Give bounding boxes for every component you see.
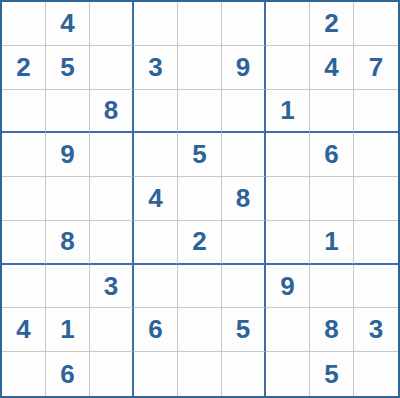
cell-r5c6[interactable]: 8 [222,177,266,221]
cell-r5c8[interactable] [310,177,354,221]
cell-r9c9[interactable] [354,352,398,396]
cell-r3c4[interactable] [134,90,178,134]
cell-r4c3[interactable] [90,133,134,177]
cell-r2c6[interactable]: 9 [222,46,266,90]
cell-r5c2[interactable] [46,177,90,221]
cell-r8c1[interactable]: 4 [2,308,46,352]
cell-r1c5[interactable] [178,2,222,46]
cell-r5c7[interactable] [266,177,310,221]
cell-r7c2[interactable] [46,265,90,309]
cell-r9c6[interactable] [222,352,266,396]
cell-r6c6[interactable] [222,221,266,265]
cell-r4c1[interactable] [2,133,46,177]
cell-r7c9[interactable] [354,265,398,309]
cell-r8c7[interactable] [266,308,310,352]
cell-r4c5[interactable]: 5 [178,133,222,177]
cell-r2c7[interactable] [266,46,310,90]
cell-r6c4[interactable] [134,221,178,265]
cell-r9c4[interactable] [134,352,178,396]
cell-r9c3[interactable] [90,352,134,396]
cell-r1c3[interactable] [90,2,134,46]
cell-r4c9[interactable] [354,133,398,177]
cell-r7c8[interactable] [310,265,354,309]
cell-r2c3[interactable] [90,46,134,90]
cell-r7c3[interactable]: 3 [90,265,134,309]
cell-r9c1[interactable] [2,352,46,396]
cell-r2c4[interactable]: 3 [134,46,178,90]
cell-r9c8[interactable]: 5 [310,352,354,396]
cell-r3c9[interactable] [354,90,398,134]
cell-r9c7[interactable] [266,352,310,396]
cell-r3c2[interactable] [46,90,90,134]
cell-r3c7[interactable]: 1 [266,90,310,134]
cell-r4c2[interactable]: 9 [46,133,90,177]
cell-r7c7[interactable]: 9 [266,265,310,309]
cell-r6c3[interactable] [90,221,134,265]
cell-r3c3[interactable]: 8 [90,90,134,134]
cell-r5c1[interactable] [2,177,46,221]
cell-r2c1[interactable]: 2 [2,46,46,90]
cell-r5c4[interactable]: 4 [134,177,178,221]
cell-r6c1[interactable] [2,221,46,265]
cell-r3c8[interactable] [310,90,354,134]
cell-r1c1[interactable] [2,2,46,46]
cell-r9c2[interactable]: 6 [46,352,90,396]
cell-r1c4[interactable] [134,2,178,46]
cell-r7c6[interactable] [222,265,266,309]
cell-r7c1[interactable] [2,265,46,309]
cell-r7c5[interactable] [178,265,222,309]
cell-r6c7[interactable] [266,221,310,265]
cell-r5c9[interactable] [354,177,398,221]
cell-r1c9[interactable] [354,2,398,46]
cell-r3c5[interactable] [178,90,222,134]
cell-r8c3[interactable] [90,308,134,352]
cell-r6c9[interactable] [354,221,398,265]
cell-r1c2[interactable]: 4 [46,2,90,46]
cell-r2c8[interactable]: 4 [310,46,354,90]
cell-r5c3[interactable] [90,177,134,221]
cell-r3c6[interactable] [222,90,266,134]
cell-r4c6[interactable] [222,133,266,177]
cell-r4c8[interactable]: 6 [310,133,354,177]
cell-r5c5[interactable] [178,177,222,221]
cell-r7c4[interactable] [134,265,178,309]
cell-r6c5[interactable]: 2 [178,221,222,265]
cell-r6c2[interactable]: 8 [46,221,90,265]
cell-r1c6[interactable] [222,2,266,46]
cell-r8c8[interactable]: 8 [310,308,354,352]
cell-r1c8[interactable]: 2 [310,2,354,46]
cell-r3c1[interactable] [2,90,46,134]
cell-r8c4[interactable]: 6 [134,308,178,352]
cell-r8c5[interactable] [178,308,222,352]
cell-r4c7[interactable] [266,133,310,177]
cell-r2c9[interactable]: 7 [354,46,398,90]
sudoku-board: 4225394781956488213941658365 [0,0,400,398]
cell-r1c7[interactable] [266,2,310,46]
cell-r8c9[interactable]: 3 [354,308,398,352]
cell-r8c2[interactable]: 1 [46,308,90,352]
cell-r8c6[interactable]: 5 [222,308,266,352]
cell-r2c2[interactable]: 5 [46,46,90,90]
cell-r4c4[interactable] [134,133,178,177]
cell-r9c5[interactable] [178,352,222,396]
cell-r2c5[interactable] [178,46,222,90]
cell-r6c8[interactable]: 1 [310,221,354,265]
